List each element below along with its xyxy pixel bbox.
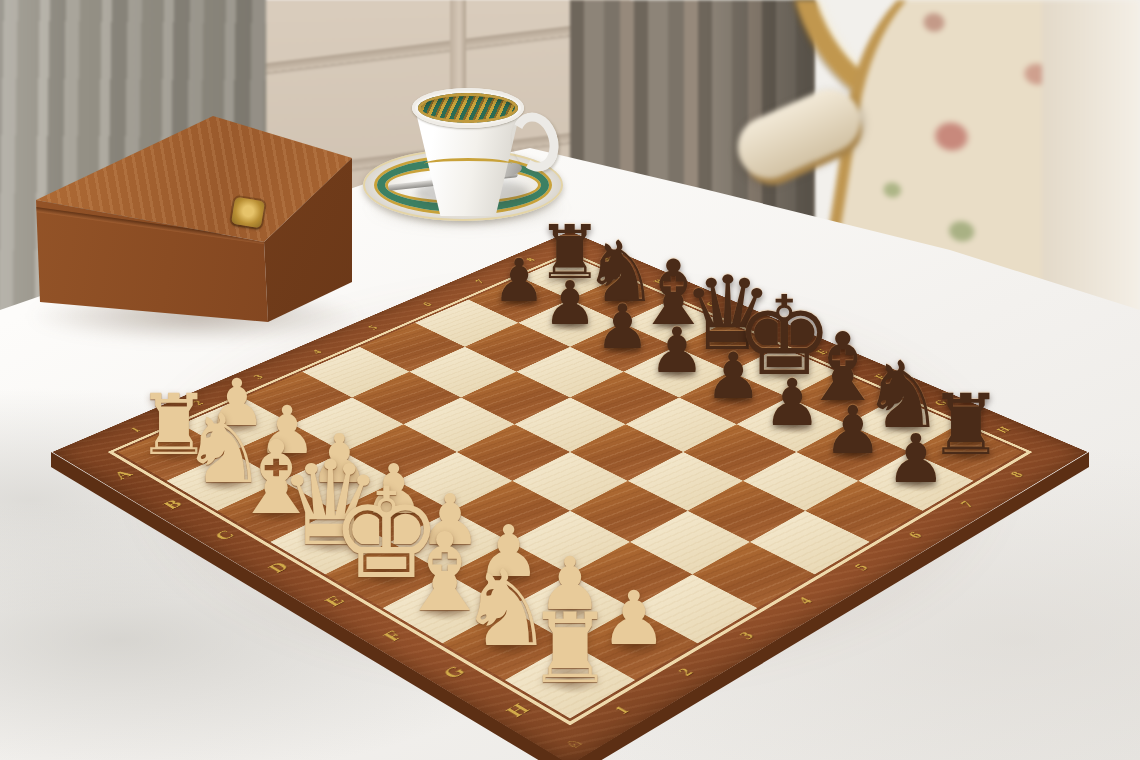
maker-logo: ♘	[557, 734, 591, 754]
teacup-interior-pattern	[418, 93, 518, 123]
teacup-gold-band	[424, 158, 512, 170]
teacup-and-saucer	[360, 62, 578, 224]
scene: ABCDEFGH ABCDEFGH 87654321 87654321 ♘ ♜♞…	[0, 0, 1140, 760]
wooden-chess-box	[30, 95, 362, 330]
brass-latch	[231, 197, 265, 228]
